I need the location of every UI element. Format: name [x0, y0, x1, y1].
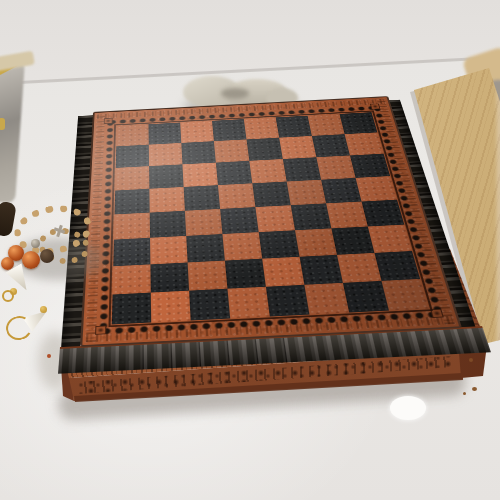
crumb — [472, 387, 477, 391]
square-h3 — [368, 225, 412, 253]
square-c2 — [188, 261, 228, 291]
gilt-frame-corner — [0, 118, 5, 130]
square-e3 — [259, 230, 300, 258]
square-d4 — [220, 207, 259, 234]
square-e8 — [244, 117, 279, 139]
square-f2 — [300, 255, 343, 285]
square-g5 — [321, 178, 361, 203]
square-e2 — [262, 257, 304, 287]
square-a7 — [116, 145, 149, 168]
square-a1 — [112, 293, 151, 325]
square-f6 — [283, 157, 321, 181]
square-c1 — [189, 289, 230, 321]
square-d6 — [216, 161, 252, 185]
square-g8 — [308, 114, 345, 136]
square-h4 — [362, 200, 405, 227]
square-f4 — [291, 203, 332, 230]
square-d5 — [218, 183, 255, 209]
square-c8 — [180, 121, 214, 143]
photo-of-chessboard: Overhead photo of an empty leather-cover… — [0, 0, 500, 500]
corner-stamp — [104, 118, 113, 124]
square-e5 — [252, 182, 290, 208]
square-h7 — [345, 132, 384, 155]
square-e6 — [249, 159, 286, 183]
square-f1 — [304, 283, 349, 315]
square-h6 — [350, 154, 390, 178]
square-f7 — [279, 136, 316, 159]
square-h2 — [374, 251, 420, 281]
square-b2 — [150, 262, 189, 292]
square-f8 — [276, 116, 312, 138]
square-h8 — [339, 112, 377, 134]
crumb — [469, 358, 473, 362]
square-c3 — [186, 234, 225, 262]
square-d1 — [227, 287, 269, 319]
square-a8 — [116, 124, 148, 146]
square-h1 — [381, 279, 428, 311]
square-f3 — [295, 228, 337, 256]
crumb — [47, 354, 51, 358]
corner-stamp — [370, 104, 380, 110]
square-f5 — [287, 180, 326, 206]
square-d3 — [222, 232, 262, 260]
square-a6 — [115, 166, 149, 190]
corner-stamp — [95, 326, 106, 335]
square-g4 — [326, 202, 368, 229]
square-e4 — [255, 205, 295, 232]
square-a5 — [115, 189, 150, 215]
square-d7 — [214, 139, 249, 162]
square-g6 — [316, 155, 355, 179]
gold-earring-loop — [2, 290, 14, 302]
square-c6 — [182, 163, 217, 187]
square-d8 — [212, 119, 246, 141]
square-c7 — [181, 141, 216, 164]
square-a2 — [113, 264, 151, 294]
amber-bead — [22, 251, 40, 269]
square-b5 — [149, 187, 185, 213]
square-g7 — [312, 134, 350, 157]
square-b4 — [150, 211, 187, 238]
square-e7 — [246, 138, 282, 161]
square-a3 — [113, 238, 150, 267]
square-b6 — [149, 164, 184, 188]
square-c5 — [184, 185, 220, 211]
amber-bead — [1, 257, 14, 270]
square-d2 — [225, 259, 266, 289]
square-a4 — [114, 213, 150, 240]
square-b7 — [149, 143, 183, 166]
square-h5 — [356, 176, 397, 201]
square-b8 — [148, 123, 181, 145]
gold-earring-cap — [40, 306, 47, 313]
crumb — [463, 392, 466, 395]
chess-board — [80, 96, 462, 347]
square-e1 — [266, 285, 310, 317]
white-round-sticker — [390, 396, 426, 420]
square-c4 — [185, 209, 223, 236]
dark-bead — [40, 249, 54, 263]
square-b3 — [150, 236, 188, 264]
square-b1 — [151, 291, 191, 323]
metal-bead — [31, 239, 40, 248]
figurine-crease — [221, 88, 249, 99]
